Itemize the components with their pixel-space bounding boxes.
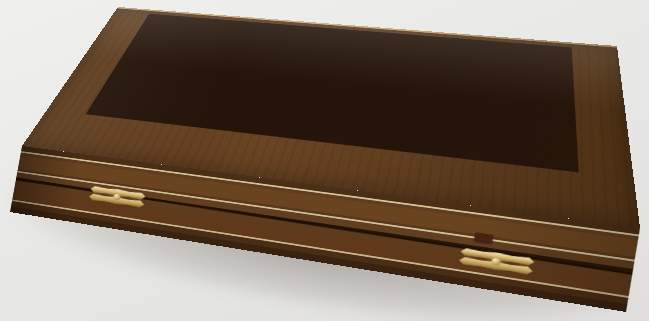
brass-latch-right xyxy=(458,247,534,275)
brass-latch-left xyxy=(89,185,146,208)
rank-labels-right xyxy=(576,48,626,178)
photo-scene xyxy=(0,0,649,321)
latch-catch-notch xyxy=(474,232,494,243)
